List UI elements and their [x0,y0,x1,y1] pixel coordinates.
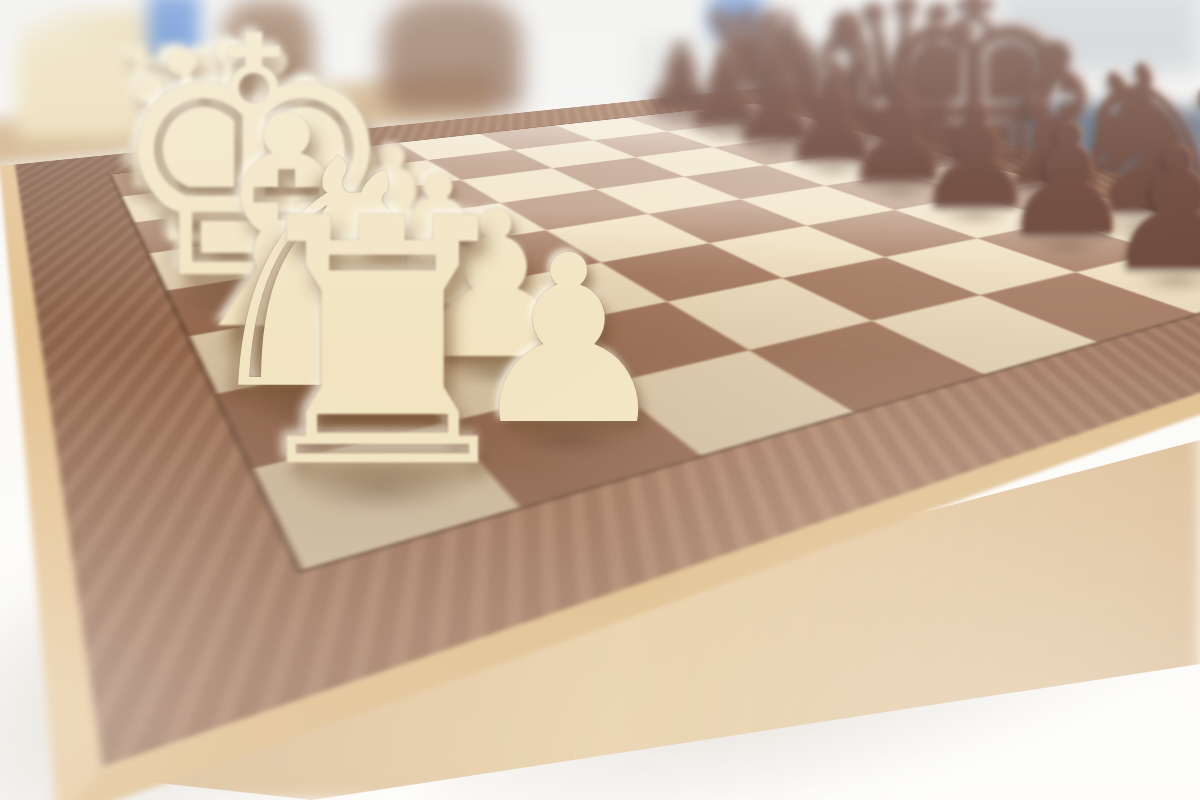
background-dark-pieces [222,0,314,104]
background-carved-wood-object [382,0,522,112]
photo-scene: ♜♞♝♛♚♝♞♜♟♟♟♟♟♟♟♟♟♟♟♟♟♟♟♟♜♞♝♛♚♝♞♜ [0,0,1200,800]
blue-banner-left [148,0,200,66]
background-white-pieces [18,8,178,138]
grey-object-top-right [1000,0,1200,72]
